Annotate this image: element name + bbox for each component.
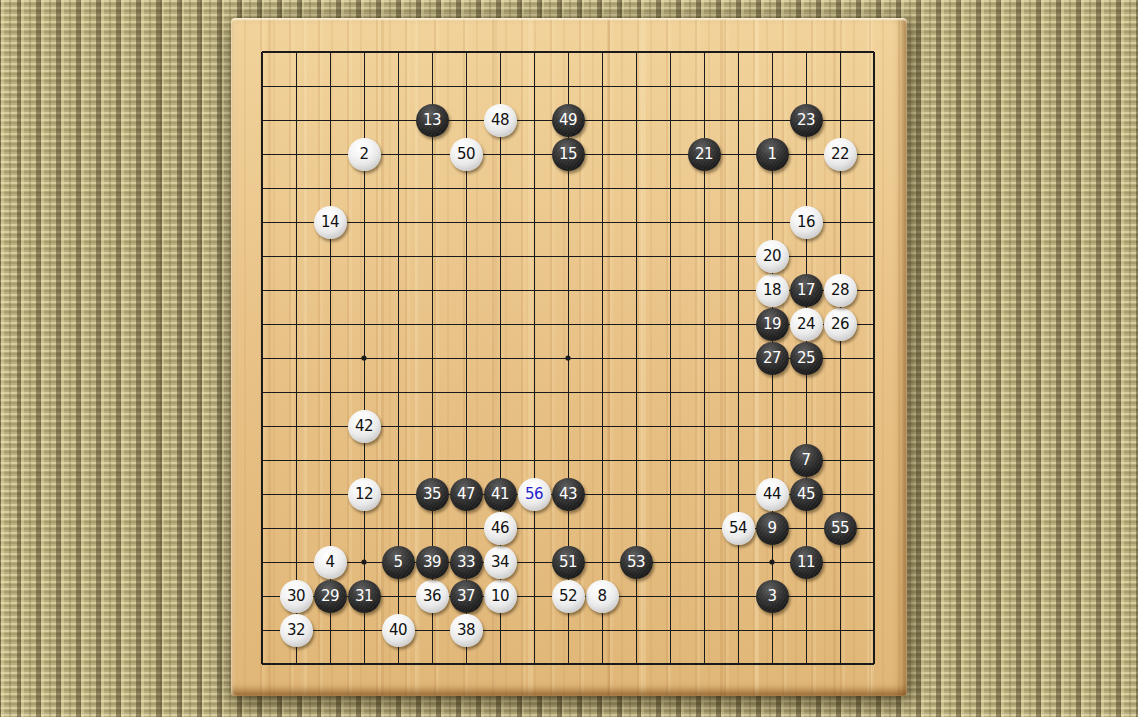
stone-white-28[interactable]: 28: [824, 274, 857, 307]
stone-number: 48: [491, 112, 509, 127]
stone-white-42[interactable]: 42: [348, 410, 381, 443]
stone-white-8[interactable]: 8: [586, 580, 619, 613]
stone-black-11[interactable]: 11: [790, 546, 823, 579]
stone-number: 19: [763, 316, 781, 331]
stone-number: 20: [763, 248, 781, 263]
stone-number: 31: [355, 588, 373, 603]
stone-white-12[interactable]: 12: [348, 478, 381, 511]
stone-black-1[interactable]: 1: [756, 138, 789, 171]
stone-white-46[interactable]: 46: [484, 512, 517, 545]
stone-number: 49: [559, 112, 577, 127]
stone-black-25[interactable]: 25: [790, 342, 823, 375]
stone-number: 35: [423, 486, 441, 501]
stone-number: 36: [423, 588, 441, 603]
stone-number: 9: [767, 520, 776, 535]
stone-black-55[interactable]: 55: [824, 512, 857, 545]
stone-black-45[interactable]: 45: [790, 478, 823, 511]
stone-white-26[interactable]: 26: [824, 308, 857, 341]
stone-black-41[interactable]: 41: [484, 478, 517, 511]
stone-black-43[interactable]: 43: [552, 478, 585, 511]
stone-white-2[interactable]: 2: [348, 138, 381, 171]
stone-number: 32: [287, 622, 305, 637]
stone-white-38[interactable]: 38: [450, 614, 483, 647]
stone-number: 8: [597, 588, 606, 603]
stone-white-4[interactable]: 4: [314, 546, 347, 579]
stone-white-16[interactable]: 16: [790, 206, 823, 239]
stone-number: 2: [359, 146, 368, 161]
stone-number: 40: [389, 622, 407, 637]
stone-black-39[interactable]: 39: [416, 546, 449, 579]
stone-number: 38: [457, 622, 475, 637]
stone-white-56[interactable]: 56: [518, 478, 551, 511]
stone-number: 25: [797, 350, 815, 365]
stone-white-20[interactable]: 20: [756, 240, 789, 273]
stone-white-50[interactable]: 50: [450, 138, 483, 171]
stone-white-24[interactable]: 24: [790, 308, 823, 341]
stone-number: 23: [797, 112, 815, 127]
stone-number: 30: [287, 588, 305, 603]
stone-number: 27: [763, 350, 781, 365]
stone-number: 47: [457, 486, 475, 501]
stone-black-49[interactable]: 49: [552, 104, 585, 137]
stone-white-18[interactable]: 18: [756, 274, 789, 307]
stone-number: 55: [831, 520, 849, 535]
stone-number: 51: [559, 554, 577, 569]
stone-white-32[interactable]: 32: [280, 614, 313, 647]
stone-number: 53: [627, 554, 645, 569]
stone-white-36[interactable]: 36: [416, 580, 449, 613]
stone-white-14[interactable]: 14: [314, 206, 347, 239]
stone-number: 15: [559, 146, 577, 161]
stone-number: 34: [491, 554, 509, 569]
screen: 1234578910111213141516171819202122232425…: [0, 0, 1138, 717]
stone-number: 10: [491, 588, 509, 603]
stone-number: 11: [797, 554, 815, 569]
stone-black-19[interactable]: 19: [756, 308, 789, 341]
stone-black-7[interactable]: 7: [790, 444, 823, 477]
stone-white-10[interactable]: 10: [484, 580, 517, 613]
stone-number: 4: [325, 554, 334, 569]
stone-number: 41: [491, 486, 509, 501]
stone-number: 45: [797, 486, 815, 501]
stone-number: 37: [457, 588, 475, 603]
stone-number: 17: [797, 282, 815, 297]
stone-black-31[interactable]: 31: [348, 580, 381, 613]
stone-black-17[interactable]: 17: [790, 274, 823, 307]
stone-black-13[interactable]: 13: [416, 104, 449, 137]
stone-black-47[interactable]: 47: [450, 478, 483, 511]
stone-number: 21: [695, 146, 713, 161]
stone-white-44[interactable]: 44: [756, 478, 789, 511]
stone-black-35[interactable]: 35: [416, 478, 449, 511]
stone-number: 26: [831, 316, 849, 331]
stone-black-51[interactable]: 51: [552, 546, 585, 579]
stone-number: 13: [423, 112, 441, 127]
stone-white-40[interactable]: 40: [382, 614, 415, 647]
stone-black-5[interactable]: 5: [382, 546, 415, 579]
star-point: [361, 355, 366, 360]
stone-black-27[interactable]: 27: [756, 342, 789, 375]
stone-number: 7: [801, 452, 810, 467]
stone-black-3[interactable]: 3: [756, 580, 789, 613]
stone-black-37[interactable]: 37: [450, 580, 483, 613]
stone-number: 24: [797, 316, 815, 331]
star-point: [565, 355, 570, 360]
stone-white-52[interactable]: 52: [552, 580, 585, 613]
stone-number: 46: [491, 520, 509, 535]
stone-black-33[interactable]: 33: [450, 546, 483, 579]
stone-white-30[interactable]: 30: [280, 580, 313, 613]
stone-number: 54: [729, 520, 747, 535]
stone-number: 43: [559, 486, 577, 501]
stone-number: 56: [525, 486, 543, 501]
stone-number: 28: [831, 282, 849, 297]
stone-number: 1: [767, 146, 776, 161]
stone-number: 39: [423, 554, 441, 569]
stone-number: 12: [355, 486, 373, 501]
stone-black-53[interactable]: 53: [620, 546, 653, 579]
stone-number: 50: [457, 146, 475, 161]
stone-black-29[interactable]: 29: [314, 580, 347, 613]
go-board[interactable]: 1234578910111213141516171819202122232425…: [231, 18, 907, 696]
stone-number: 22: [831, 146, 849, 161]
stone-white-34[interactable]: 34: [484, 546, 517, 579]
star-point: [769, 559, 774, 564]
stone-number: 33: [457, 554, 475, 569]
stone-number: 5: [393, 554, 402, 569]
stone-white-22[interactable]: 22: [824, 138, 857, 171]
stone-number: 3: [767, 588, 776, 603]
stone-white-54[interactable]: 54: [722, 512, 755, 545]
stone-number: 16: [797, 214, 815, 229]
stone-black-21[interactable]: 21: [688, 138, 721, 171]
stone-number: 14: [321, 214, 339, 229]
stone-black-15[interactable]: 15: [552, 138, 585, 171]
stone-number: 52: [559, 588, 577, 603]
stone-number: 44: [763, 486, 781, 501]
stone-number: 18: [763, 282, 781, 297]
star-point: [361, 559, 366, 564]
stone-number: 29: [321, 588, 339, 603]
stone-number: 42: [355, 418, 373, 433]
stone-black-9[interactable]: 9: [756, 512, 789, 545]
stone-black-23[interactable]: 23: [790, 104, 823, 137]
stone-white-48[interactable]: 48: [484, 104, 517, 137]
